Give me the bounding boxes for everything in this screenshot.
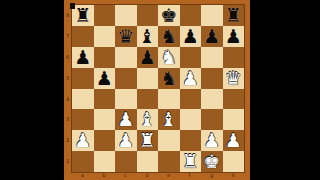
piece-black-knight[interactable]: ♞ <box>160 26 177 45</box>
square-d3[interactable]: ♝ <box>137 109 159 130</box>
piece-black-king[interactable]: ♚ <box>160 5 177 24</box>
piece-black-pawn[interactable]: ♟ <box>74 47 91 66</box>
square-e5[interactable]: ♞ <box>158 68 180 89</box>
square-g8[interactable] <box>201 5 223 26</box>
square-f3[interactable] <box>180 109 202 130</box>
square-d6[interactable]: ♟ <box>137 47 159 68</box>
rank-label-7: 7 <box>66 34 69 39</box>
square-h7[interactable]: ♟ <box>223 26 245 47</box>
square-g3[interactable] <box>201 109 223 130</box>
screen: { "game": "chess", "position": { "fen": … <box>0 0 320 180</box>
square-f7[interactable]: ♟ <box>180 26 202 47</box>
piece-black-pawn[interactable]: ♟ <box>96 68 113 87</box>
rank-label-6: 6 <box>66 55 69 60</box>
piece-white-pawn[interactable]: ♟ <box>182 68 199 87</box>
square-d8[interactable] <box>137 5 159 26</box>
piece-black-queen[interactable]: ♛ <box>117 26 134 45</box>
square-g5[interactable] <box>201 68 223 89</box>
chess-board-frame: ♜♚♜♛♝♞♟♟♟♟♟♞♟♞♟♛♟♝♝♟♟♜♟♟♜♚ 87654321abcde… <box>64 0 250 180</box>
piece-white-pawn[interactable]: ♟ <box>225 131 242 150</box>
rank-label-4: 4 <box>66 97 69 102</box>
square-a2[interactable]: ♟ <box>72 130 94 151</box>
square-b4[interactable] <box>94 89 116 110</box>
square-a3[interactable] <box>72 109 94 130</box>
piece-black-pawn[interactable]: ♟ <box>139 47 156 66</box>
square-h8[interactable]: ♜ <box>223 5 245 26</box>
square-g1[interactable]: ♚ <box>201 151 223 172</box>
piece-black-pawn[interactable]: ♟ <box>225 26 242 45</box>
square-f6[interactable] <box>180 47 202 68</box>
square-g4[interactable] <box>201 89 223 110</box>
square-e6[interactable]: ♞ <box>158 47 180 68</box>
file-label-b: b <box>103 173 106 178</box>
file-label-f: f <box>189 173 191 178</box>
square-f5[interactable]: ♟ <box>180 68 202 89</box>
rank-label-2: 2 <box>66 138 69 143</box>
square-e2[interactable] <box>158 130 180 151</box>
square-f8[interactable] <box>180 5 202 26</box>
square-g6[interactable] <box>201 47 223 68</box>
piece-white-knight[interactable]: ♞ <box>160 47 177 66</box>
piece-black-bishop[interactable]: ♝ <box>139 26 156 45</box>
square-e7[interactable]: ♞ <box>158 26 180 47</box>
piece-black-pawn[interactable]: ♟ <box>182 26 199 45</box>
square-e4[interactable] <box>158 89 180 110</box>
file-label-a: a <box>81 173 84 178</box>
square-e3[interactable]: ♝ <box>158 109 180 130</box>
square-a1[interactable] <box>72 151 94 172</box>
square-g2[interactable]: ♟ <box>201 130 223 151</box>
square-a6[interactable]: ♟ <box>72 47 94 68</box>
square-b3[interactable] <box>94 109 116 130</box>
piece-white-rook[interactable]: ♜ <box>139 131 156 150</box>
letterbox-left <box>0 0 64 180</box>
square-b1[interactable] <box>94 151 116 172</box>
square-h3[interactable] <box>223 109 245 130</box>
square-a7[interactable] <box>72 26 94 47</box>
square-f2[interactable] <box>180 130 202 151</box>
square-f4[interactable] <box>180 89 202 110</box>
square-d2[interactable]: ♜ <box>137 130 159 151</box>
file-label-g: g <box>210 173 213 178</box>
file-label-c: c <box>124 173 127 178</box>
square-e8[interactable]: ♚ <box>158 5 180 26</box>
square-b6[interactable] <box>94 47 116 68</box>
square-d5[interactable] <box>137 68 159 89</box>
square-h5[interactable]: ♛ <box>223 68 245 89</box>
piece-white-pawn[interactable]: ♟ <box>74 131 91 150</box>
square-g7[interactable]: ♟ <box>201 26 223 47</box>
square-b7[interactable] <box>94 26 116 47</box>
rank-label-5: 5 <box>66 76 69 81</box>
square-d1[interactable] <box>137 151 159 172</box>
square-b5[interactable]: ♟ <box>94 68 116 89</box>
square-c2[interactable]: ♟ <box>115 130 137 151</box>
piece-black-rook[interactable]: ♜ <box>225 5 242 24</box>
square-c1[interactable] <box>115 151 137 172</box>
piece-white-pawn[interactable]: ♟ <box>203 131 220 150</box>
square-h6[interactable] <box>223 47 245 68</box>
square-c4[interactable] <box>115 89 137 110</box>
piece-black-rook[interactable]: ♜ <box>74 5 91 24</box>
square-a8[interactable]: ♜ <box>72 5 94 26</box>
piece-white-rook[interactable]: ♜ <box>182 152 199 171</box>
corner-marker <box>70 3 75 9</box>
rank-label-8: 8 <box>66 13 69 18</box>
piece-black-knight[interactable]: ♞ <box>160 68 177 87</box>
rank-label-3: 3 <box>66 117 69 122</box>
letterbox-right <box>250 0 320 180</box>
square-b2[interactable] <box>94 130 116 151</box>
piece-white-bishop[interactable]: ♝ <box>139 110 156 129</box>
square-c6[interactable] <box>115 47 137 68</box>
piece-white-bishop[interactable]: ♝ <box>160 110 177 129</box>
file-label-d: d <box>146 173 149 178</box>
square-b8[interactable] <box>94 5 116 26</box>
piece-white-queen[interactable]: ♛ <box>225 68 242 87</box>
square-c8[interactable] <box>115 5 137 26</box>
file-label-h: h <box>232 173 235 178</box>
square-d4[interactable] <box>137 89 159 110</box>
square-c3[interactable]: ♟ <box>115 109 137 130</box>
square-d7[interactable]: ♝ <box>137 26 159 47</box>
square-h2[interactable]: ♟ <box>223 130 245 151</box>
chess-board: ♜♚♜♛♝♞♟♟♟♟♟♞♟♞♟♛♟♝♝♟♟♜♟♟♜♚ <box>72 5 244 172</box>
piece-white-pawn[interactable]: ♟ <box>117 110 134 129</box>
square-c5[interactable] <box>115 68 137 89</box>
file-label-e: e <box>167 173 170 178</box>
square-e1[interactable] <box>158 151 180 172</box>
square-f1[interactable]: ♜ <box>180 151 202 172</box>
piece-white-pawn[interactable]: ♟ <box>117 131 134 150</box>
rank-label-1: 1 <box>66 159 69 164</box>
piece-white-king[interactable]: ♚ <box>203 152 220 171</box>
square-a4[interactable] <box>72 89 94 110</box>
square-c7[interactable]: ♛ <box>115 26 137 47</box>
square-h1[interactable] <box>223 151 245 172</box>
square-a5[interactable] <box>72 68 94 89</box>
square-h4[interactable] <box>223 89 245 110</box>
piece-black-pawn[interactable]: ♟ <box>203 26 220 45</box>
